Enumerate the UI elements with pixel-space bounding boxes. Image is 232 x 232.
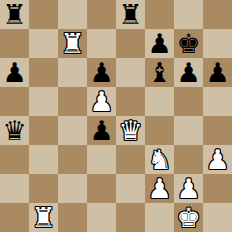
piece-black-pawn[interactable]: ♟ <box>205 58 229 87</box>
square-a5[interactable] <box>0 87 29 116</box>
square-a2[interactable] <box>0 174 29 203</box>
piece-black-queen[interactable]: ♛ <box>2 116 26 145</box>
square-e2[interactable] <box>116 174 145 203</box>
square-c6[interactable] <box>58 58 87 87</box>
square-h3[interactable]: ♟ <box>203 145 232 174</box>
square-d6[interactable]: ♟ <box>87 58 116 87</box>
square-d2[interactable] <box>87 174 116 203</box>
square-e3[interactable] <box>116 145 145 174</box>
square-e1[interactable] <box>116 203 145 232</box>
square-a3[interactable] <box>0 145 29 174</box>
square-g4[interactable] <box>174 116 203 145</box>
square-d7[interactable] <box>87 29 116 58</box>
square-g1[interactable]: ♚ <box>174 203 203 232</box>
square-a4[interactable]: ♛ <box>0 116 29 145</box>
square-b4[interactable] <box>29 116 58 145</box>
square-c3[interactable] <box>58 145 87 174</box>
square-c4[interactable] <box>58 116 87 145</box>
square-f7[interactable]: ♟ <box>145 29 174 58</box>
piece-white-rook[interactable]: ♜ <box>60 29 84 58</box>
piece-white-pawn[interactable]: ♟ <box>89 87 113 116</box>
piece-white-rook[interactable]: ♜ <box>31 203 55 232</box>
square-b7[interactable] <box>29 29 58 58</box>
piece-white-knight[interactable]: ♞ <box>147 145 171 174</box>
square-h1[interactable] <box>203 203 232 232</box>
square-d8[interactable] <box>87 0 116 29</box>
square-f2[interactable]: ♟ <box>145 174 174 203</box>
square-g8[interactable] <box>174 0 203 29</box>
piece-black-pawn[interactable]: ♟ <box>147 29 171 58</box>
square-g5[interactable] <box>174 87 203 116</box>
piece-black-pawn[interactable]: ♟ <box>2 58 26 87</box>
piece-black-rook[interactable]: ♜ <box>118 0 142 29</box>
square-b5[interactable] <box>29 87 58 116</box>
square-h5[interactable] <box>203 87 232 116</box>
piece-black-pawn[interactable]: ♟ <box>176 58 200 87</box>
square-g2[interactable]: ♟ <box>174 174 203 203</box>
square-c2[interactable] <box>58 174 87 203</box>
square-g7[interactable]: ♚ <box>174 29 203 58</box>
square-a6[interactable]: ♟ <box>0 58 29 87</box>
square-f1[interactable] <box>145 203 174 232</box>
square-h6[interactable]: ♟ <box>203 58 232 87</box>
square-c8[interactable] <box>58 0 87 29</box>
square-a1[interactable] <box>0 203 29 232</box>
square-g6[interactable]: ♟ <box>174 58 203 87</box>
square-e6[interactable] <box>116 58 145 87</box>
square-h2[interactable] <box>203 174 232 203</box>
square-h8[interactable] <box>203 0 232 29</box>
piece-black-king[interactable]: ♚ <box>176 29 200 58</box>
piece-black-bishop[interactable]: ♝ <box>147 58 171 87</box>
square-b6[interactable] <box>29 58 58 87</box>
piece-white-pawn[interactable]: ♟ <box>176 174 200 203</box>
piece-white-pawn[interactable]: ♟ <box>147 174 171 203</box>
square-b1[interactable]: ♜ <box>29 203 58 232</box>
square-b2[interactable] <box>29 174 58 203</box>
square-f6[interactable]: ♝ <box>145 58 174 87</box>
piece-black-pawn[interactable]: ♟ <box>89 116 113 145</box>
square-e7[interactable] <box>116 29 145 58</box>
square-e8[interactable]: ♜ <box>116 0 145 29</box>
square-e5[interactable] <box>116 87 145 116</box>
square-d4[interactable]: ♟ <box>87 116 116 145</box>
square-f8[interactable] <box>145 0 174 29</box>
square-h4[interactable] <box>203 116 232 145</box>
square-d3[interactable] <box>87 145 116 174</box>
square-a7[interactable] <box>0 29 29 58</box>
square-b3[interactable] <box>29 145 58 174</box>
square-e4[interactable]: ♛ <box>116 116 145 145</box>
square-a8[interactable]: ♜ <box>0 0 29 29</box>
square-f4[interactable] <box>145 116 174 145</box>
square-h7[interactable] <box>203 29 232 58</box>
square-d1[interactable] <box>87 203 116 232</box>
square-b8[interactable] <box>29 0 58 29</box>
square-c1[interactable] <box>58 203 87 232</box>
square-f5[interactable] <box>145 87 174 116</box>
piece-white-queen[interactable]: ♛ <box>118 116 142 145</box>
square-f3[interactable]: ♞ <box>145 145 174 174</box>
piece-black-pawn[interactable]: ♟ <box>89 58 113 87</box>
piece-white-pawn[interactable]: ♟ <box>205 145 229 174</box>
square-c5[interactable] <box>58 87 87 116</box>
square-c7[interactable]: ♜ <box>58 29 87 58</box>
chess-board: ♜♜♜♟♚♟♟♝♟♟♟♛♟♛♞♟♟♟♜♚ <box>0 0 232 232</box>
piece-white-king[interactable]: ♚ <box>176 203 200 232</box>
square-d5[interactable]: ♟ <box>87 87 116 116</box>
piece-black-rook[interactable]: ♜ <box>2 0 26 29</box>
square-g3[interactable] <box>174 145 203 174</box>
